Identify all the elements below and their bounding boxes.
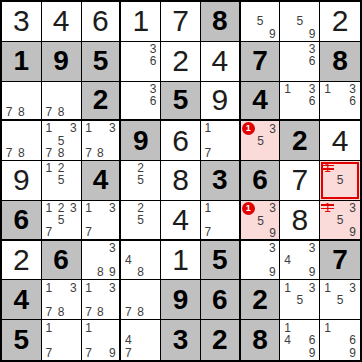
candidate-7[interactable]: 7 — [204, 147, 211, 159]
candidate-slot-4 — [122, 174, 134, 186]
cell-r8c4[interactable]: 78 — [121, 280, 161, 320]
candidate-slot-8 — [334, 306, 347, 318]
given-digit: 6 — [14, 206, 30, 234]
candidate-slot-8 — [135, 346, 147, 359]
candidate-slot-2 — [214, 202, 226, 214]
candidate-7[interactable]: 7 — [85, 306, 92, 318]
candidate-7[interactable]: 7 — [125, 347, 132, 359]
given-digit: 8 — [252, 326, 268, 354]
candidate-3[interactable]: 3 — [109, 122, 116, 134]
candidate-slot-6 — [67, 214, 79, 226]
cell-r8c1[interactable]: 4 — [2, 280, 42, 320]
candidate-slot-8: 8 — [15, 106, 27, 118]
candidate-3[interactable]: 3 — [309, 282, 316, 294]
candidate-3[interactable]: 3 — [309, 242, 316, 254]
candidate-5[interactable]: 5 — [257, 135, 264, 147]
candidate-1[interactable]: 1 — [324, 322, 331, 334]
candidate-slot-5 — [15, 135, 27, 147]
cell-r7c9[interactable]: 7 — [320, 241, 360, 281]
cell-r6c2[interactable]: 12357 — [42, 201, 82, 241]
candidate-8[interactable]: 8 — [137, 266, 144, 278]
candidate-3[interactable]: 3 — [269, 242, 276, 254]
cell-r5c4[interactable]: 25 — [121, 161, 161, 201]
cell-r3c9[interactable]: 136 — [320, 82, 360, 122]
candidate-grid: 59 — [242, 3, 279, 40]
circled-candidate-1[interactable]: 1 — [242, 122, 255, 135]
cell-r2c3[interactable]: 5 — [82, 42, 122, 82]
cell-r1c6[interactable]: 8 — [201, 2, 241, 42]
cell-r1c1[interactable]: 3 — [2, 2, 42, 42]
candidate-9[interactable]: 9 — [349, 347, 356, 359]
candidate-5[interactable]: 5 — [337, 214, 344, 226]
candidate-5[interactable]: 5 — [137, 214, 144, 226]
candidate-7[interactable]: 7 — [85, 147, 92, 159]
cell-r4c9[interactable]: 4 — [320, 121, 360, 161]
cell-r8c3[interactable]: 1378 — [82, 280, 122, 320]
candidate-slot-8 — [254, 266, 266, 278]
cell-r9c8[interactable]: 1469 — [280, 320, 320, 360]
candidate-slot-8: 8 — [55, 106, 67, 118]
cell-r7c7[interactable]: 39 — [241, 241, 281, 281]
cell-r2c4[interactable]: 36 — [121, 42, 161, 82]
candidate-slot-7 — [321, 107, 334, 119]
candidate-slot-9 — [106, 147, 118, 159]
candidate-3[interactable]: 3 — [109, 202, 116, 214]
candidate-slot-1 — [3, 83, 15, 95]
candidate-6[interactable]: 6 — [349, 95, 356, 107]
candidate-slot-8 — [294, 28, 306, 40]
candidate-3[interactable]: 3 — [150, 83, 157, 95]
candidate-slot-4 — [43, 135, 55, 147]
candidate-5[interactable]: 5 — [257, 215, 264, 227]
candidate-slot-2 — [135, 242, 147, 254]
cell-r3c3[interactable]: 2 — [82, 82, 122, 122]
candidate-slot-1: 1 — [281, 83, 293, 95]
candidate-5[interactable]: 5 — [337, 174, 344, 186]
candidate-slot-9 — [147, 266, 159, 278]
candidate-slot-1 — [242, 242, 254, 254]
candidate-9[interactable]: 9 — [269, 28, 276, 40]
candidate-5[interactable]: 5 — [337, 294, 344, 306]
candidate-grid: 17 — [43, 321, 80, 359]
candidate-slot-9: 9 — [346, 346, 359, 359]
candidate-slot-9: 9 — [267, 227, 279, 239]
candidate-5[interactable]: 5 — [296, 15, 303, 27]
candidate-slot-6: 6 — [306, 55, 318, 67]
cell-r1c8[interactable]: 59 — [280, 2, 320, 42]
candidate-slot-1: 1 — [43, 122, 55, 134]
cell-r6c8[interactable]: 8 — [280, 201, 320, 241]
candidate-7[interactable]: 7 — [85, 347, 92, 359]
given-digit: 7 — [332, 246, 348, 274]
candidate-1[interactable]: 1 — [46, 162, 53, 174]
candidate-slot-6 — [67, 94, 79, 106]
candidate-slot-4: 4 — [281, 334, 293, 347]
cell-r8c5[interactable]: 9 — [161, 280, 201, 320]
cell-r5c1[interactable]: 9 — [2, 161, 42, 201]
candidate-6[interactable]: 6 — [309, 95, 316, 107]
candidate-slot-7: 7 — [43, 226, 55, 238]
candidate-slot-6 — [306, 15, 318, 27]
candidate-slot-8 — [55, 346, 67, 359]
candidate-slot-1 — [281, 3, 293, 15]
candidate-slot-1: 1 — [281, 321, 293, 334]
candidate-slot-7: 7 — [43, 106, 55, 118]
candidate-slot-6 — [147, 174, 159, 186]
candidate-slot-9 — [147, 67, 159, 79]
candidate-slot-1: 1 — [43, 202, 55, 214]
candidate-grid: 39 — [242, 242, 279, 279]
candidate-slot-5: 5 — [55, 135, 67, 147]
candidate-9[interactable]: 9 — [109, 347, 116, 359]
cell-r3c6[interactable]: 9 — [201, 82, 241, 122]
cell-r7c1[interactable]: 2 — [2, 241, 42, 281]
candidate-slot-2 — [15, 122, 27, 134]
cell-r3c5[interactable]: 5 — [161, 82, 201, 122]
cell-r6c5[interactable]: 4 — [161, 201, 201, 241]
cell-r3c8[interactable]: 136 — [280, 82, 320, 122]
candidate-1[interactable]: 1 — [324, 282, 331, 294]
cell-r9c1[interactable]: 5 — [2, 320, 42, 360]
candidate-3[interactable]: 3 — [309, 43, 316, 55]
cell-r1c9[interactable]: 2 — [320, 2, 360, 42]
candidate-slot-9 — [147, 306, 159, 318]
candidate-slot-6: 6 — [147, 55, 159, 67]
candidate-slot-8 — [254, 28, 266, 40]
candidate-grid: 36 — [122, 43, 159, 80]
candidate-3[interactable]: 3 — [109, 242, 116, 254]
cell-r5c2[interactable]: 125 — [42, 161, 82, 201]
candidate-slot-5: 5 — [255, 135, 267, 147]
candidate-slot-4 — [321, 174, 334, 186]
candidate-4[interactable]: 4 — [125, 334, 132, 346]
cell-r6c3[interactable]: 137 — [82, 201, 122, 241]
candidate-8[interactable]: 8 — [18, 106, 25, 118]
solved-digit: 6 — [172, 126, 189, 156]
candidate-3[interactable]: 3 — [70, 122, 77, 134]
candidate-8[interactable]: 8 — [97, 306, 104, 318]
candidate-slot-3 — [147, 281, 159, 293]
candidate-grid: 135 — [242, 122, 279, 159]
cell-r4c7[interactable]: 135 — [241, 121, 281, 161]
candidate-5[interactable]: 5 — [58, 174, 65, 186]
candidate-6[interactable]: 6 — [349, 334, 356, 346]
candidate-slot-3: 3 — [267, 202, 279, 215]
candidate-9[interactable]: 9 — [109, 266, 116, 278]
candidate-2[interactable]: 2 — [58, 162, 65, 174]
candidate-slot-6 — [226, 214, 238, 226]
cell-r4c1[interactable]: 78 — [2, 121, 42, 161]
cell-r1c3[interactable]: 6 — [82, 2, 122, 42]
candidate-3[interactable]: 3 — [349, 202, 356, 214]
cell-r5c7[interactable]: 6 — [241, 161, 281, 201]
cell-r5c3[interactable]: 4 — [82, 161, 122, 201]
cell-r2c9[interactable]: 8 — [320, 42, 360, 82]
cell-r4c2[interactable]: 13578 — [42, 121, 82, 161]
candidate-5[interactable]: 5 — [58, 214, 65, 226]
candidate-grid: 17 — [202, 122, 238, 159]
candidate-3[interactable]: 3 — [349, 282, 356, 294]
cell-r1c2[interactable]: 4 — [42, 2, 82, 42]
given-digit: 2 — [212, 326, 228, 354]
candidate-3[interactable]: 3 — [70, 202, 77, 214]
candidate-1[interactable]: 1 — [85, 282, 92, 294]
cell-r5c8[interactable]: 7 — [280, 161, 320, 201]
candidate-slot-7: 7 — [83, 226, 95, 238]
candidate-7[interactable]: 7 — [46, 347, 53, 359]
candidate-slot-7: 7 — [3, 106, 15, 118]
candidate-7[interactable]: 7 — [6, 106, 13, 118]
candidate-9[interactable]: 9 — [309, 347, 316, 359]
candidate-1[interactable]: 1 — [85, 322, 92, 334]
candidate-5[interactable]: 5 — [137, 174, 144, 186]
candidate-slot-9 — [28, 106, 40, 118]
given-digit: 4 — [14, 286, 30, 314]
candidate-7[interactable]: 7 — [6, 147, 13, 159]
candidate-1[interactable]: 1 — [46, 122, 53, 134]
cell-r3c1[interactable]: 78 — [2, 82, 42, 122]
candidate-slot-5 — [294, 55, 306, 67]
cell-r2c2[interactable]: 9 — [42, 42, 82, 82]
candidate-1[interactable]: 1 — [284, 322, 291, 334]
cell-r2c5[interactable]: 2 — [161, 42, 201, 82]
candidate-8[interactable]: 8 — [97, 266, 104, 278]
candidate-slot-1: 1 — [202, 202, 214, 214]
cell-r7c4[interactable]: 48 — [121, 241, 161, 281]
cell-r1c5[interactable]: 7 — [161, 2, 201, 42]
cell-r8c9[interactable]: 135 — [320, 280, 360, 320]
candidate-slot-3 — [28, 83, 40, 95]
cell-r9c2[interactable]: 17 — [42, 320, 82, 360]
candidate-slot-5: 5 — [334, 214, 347, 226]
cell-r9c5[interactable]: 3 — [161, 320, 201, 360]
struck-candidate-1[interactable]: 1 — [324, 162, 331, 174]
candidate-slot-8: 8 — [55, 147, 67, 159]
candidate-9[interactable]: 9 — [309, 28, 316, 40]
cell-r6c4[interactable]: 25 — [121, 201, 161, 241]
candidate-5[interactable]: 5 — [58, 135, 65, 147]
candidate-grid: 1469 — [281, 321, 318, 359]
cell-r7c5[interactable]: 1 — [161, 241, 201, 281]
cell-r8c8[interactable]: 135 — [280, 280, 320, 320]
candidate-7[interactable]: 7 — [46, 226, 53, 238]
candidate-slot-9 — [67, 306, 79, 318]
candidate-slot-5 — [94, 214, 106, 226]
cell-r3c2[interactable]: 78 — [42, 82, 82, 122]
cell-r4c6[interactable]: 17 — [201, 121, 241, 161]
candidate-slot-3 — [67, 83, 79, 95]
cell-r8c2[interactable]: 1378 — [42, 280, 82, 320]
candidate-slot-8 — [55, 226, 67, 238]
candidate-slot-7 — [43, 187, 55, 199]
cell-r2c1[interactable]: 1 — [2, 42, 42, 82]
cell-r3c4[interactable]: 36 — [121, 82, 161, 122]
candidate-slot-7 — [242, 266, 254, 278]
cell-r6c7[interactable]: 1359 — [241, 201, 281, 241]
cell-r8c7[interactable]: 2 — [241, 280, 281, 320]
candidate-6[interactable]: 6 — [309, 334, 316, 346]
candidate-9[interactable]: 9 — [309, 266, 316, 278]
candidate-slot-3: 3 — [267, 122, 279, 135]
candidate-slot-9: 9 — [106, 266, 118, 278]
cell-r5c5[interactable]: 8 — [161, 161, 201, 201]
candidate-slot-6 — [106, 135, 118, 147]
cell-r1c4[interactable]: 1 — [121, 2, 161, 42]
candidate-2[interactable]: 2 — [137, 162, 144, 174]
candidate-slot-3 — [67, 321, 79, 334]
candidate-4[interactable]: 4 — [125, 254, 132, 266]
candidate-slot-1: 1 — [242, 122, 255, 135]
given-digit: 1 — [14, 47, 30, 75]
candidate-3[interactable]: 3 — [70, 282, 77, 294]
cell-r2c6[interactable]: 4 — [201, 42, 241, 82]
candidate-7[interactable]: 7 — [125, 306, 132, 318]
candidate-3[interactable]: 3 — [269, 123, 276, 135]
candidate-slot-3 — [266, 3, 278, 15]
candidate-slot-4 — [281, 294, 293, 306]
candidate-3[interactable]: 3 — [269, 202, 276, 214]
candidate-7[interactable]: 7 — [46, 147, 53, 159]
candidate-slot-1 — [122, 162, 134, 174]
candidate-slot-4: 4 — [122, 334, 134, 347]
cell-r7c8[interactable]: 349 — [280, 241, 320, 281]
candidate-9[interactable]: 9 — [349, 226, 356, 238]
cell-r6c1[interactable]: 6 — [2, 201, 42, 241]
candidate-1[interactable]: 1 — [284, 83, 291, 95]
candidate-slot-2 — [214, 122, 226, 134]
cell-r5c9[interactable]: 15 — [320, 161, 360, 201]
candidate-1[interactable]: 1 — [46, 202, 53, 214]
candidate-7[interactable]: 7 — [46, 306, 53, 318]
candidate-7[interactable]: 7 — [46, 106, 53, 118]
candidate-slot-1 — [122, 321, 134, 334]
candidate-slot-6 — [67, 334, 79, 347]
candidate-slot-7 — [242, 147, 255, 159]
candidate-slot-7: 7 — [3, 147, 15, 159]
cell-r1c7[interactable]: 59 — [241, 2, 281, 42]
candidate-slot-4 — [83, 135, 95, 147]
candidate-grid: 36 — [281, 43, 318, 80]
cell-r7c3[interactable]: 389 — [82, 241, 122, 281]
cell-r6c6[interactable]: 17 — [201, 201, 241, 241]
cell-r7c2[interactable]: 6 — [42, 241, 82, 281]
candidate-slot-9: 9 — [306, 266, 318, 278]
candidate-8[interactable]: 8 — [58, 106, 65, 118]
candidate-slot-2 — [94, 281, 106, 293]
candidate-slot-9 — [67, 147, 79, 159]
candidate-3[interactable]: 3 — [349, 83, 356, 95]
candidate-slot-8 — [334, 107, 347, 119]
cell-r6c9[interactable]: 1359 — [320, 201, 360, 241]
cell-r7c6[interactable]: 5 — [201, 241, 241, 281]
candidate-3[interactable]: 3 — [109, 282, 116, 294]
candidate-slot-8: 8 — [94, 306, 106, 318]
candidate-1[interactable]: 1 — [46, 282, 53, 294]
candidate-slot-6 — [147, 294, 159, 306]
candidate-slot-7 — [281, 67, 293, 79]
candidate-9[interactable]: 9 — [269, 227, 276, 239]
cell-r9c9[interactable]: 169 — [320, 320, 360, 360]
candidate-3[interactable]: 3 — [150, 43, 157, 55]
candidate-1[interactable]: 1 — [85, 122, 92, 134]
candidate-slot-6 — [28, 135, 40, 147]
cell-r8c6[interactable]: 6 — [201, 280, 241, 320]
cell-r9c3[interactable]: 179 — [82, 320, 122, 360]
candidate-slot-8: 8 — [55, 306, 67, 318]
candidate-4[interactable]: 4 — [284, 334, 291, 346]
candidate-4[interactable]: 4 — [284, 254, 291, 266]
candidate-8[interactable]: 8 — [58, 147, 65, 159]
cell-r4c4[interactable]: 9 — [121, 121, 161, 161]
circled-candidate-1[interactable]: 1 — [242, 202, 255, 215]
candidate-slot-2 — [94, 321, 106, 334]
struck-candidate-1[interactable]: 1 — [324, 202, 331, 214]
candidate-grid: 1359 — [242, 202, 279, 238]
cell-r5c6[interactable]: 3 — [201, 161, 241, 201]
candidate-slot-3 — [226, 122, 238, 134]
candidate-slot-1: 1 — [281, 281, 293, 293]
candidate-5[interactable]: 5 — [296, 294, 303, 306]
candidate-slot-3: 3 — [67, 281, 79, 293]
candidate-slot-9: 9 — [306, 346, 318, 359]
candidate-slot-3 — [28, 122, 40, 134]
candidate-5[interactable]: 5 — [257, 15, 264, 27]
cell-r9c4[interactable]: 47 — [121, 320, 161, 360]
candidate-1[interactable]: 1 — [204, 202, 211, 214]
candidate-1[interactable]: 1 — [204, 122, 211, 134]
given-digit: 4 — [93, 166, 109, 194]
cell-r4c5[interactable]: 6 — [161, 121, 201, 161]
candidate-slot-1 — [122, 43, 134, 55]
candidate-1[interactable]: 1 — [85, 202, 92, 214]
solved-digit: 4 — [172, 205, 189, 235]
candidate-1[interactable]: 1 — [324, 83, 331, 95]
cell-r4c3[interactable]: 1378 — [82, 121, 122, 161]
cell-r4c8[interactable]: 2 — [280, 121, 320, 161]
candidate-slot-4 — [43, 174, 55, 186]
candidate-grid: 78 — [3, 83, 40, 119]
candidate-slot-5 — [55, 334, 67, 347]
candidate-slot-8 — [334, 187, 347, 199]
candidate-9[interactable]: 9 — [269, 266, 276, 278]
candidate-1[interactable]: 1 — [46, 322, 53, 334]
candidate-7[interactable]: 7 — [204, 226, 211, 238]
cell-r2c7[interactable]: 7 — [241, 42, 281, 82]
candidate-8[interactable]: 8 — [137, 306, 144, 318]
cell-r9c6[interactable]: 2 — [201, 320, 241, 360]
candidate-slot-2 — [294, 83, 306, 95]
cell-r9c7[interactable]: 8 — [241, 320, 281, 360]
candidate-slot-3 — [147, 321, 159, 334]
cell-r2c8[interactable]: 36 — [280, 42, 320, 82]
candidate-7[interactable]: 7 — [85, 226, 92, 238]
candidate-8[interactable]: 8 — [18, 147, 25, 159]
candidate-3[interactable]: 3 — [309, 83, 316, 95]
candidate-slot-6 — [147, 334, 159, 347]
candidate-6[interactable]: 6 — [309, 55, 316, 67]
candidate-8[interactable]: 8 — [97, 147, 104, 159]
given-digit: 7 — [252, 47, 268, 75]
candidate-slot-4 — [202, 214, 214, 226]
candidate-8[interactable]: 8 — [58, 306, 65, 318]
given-digit: 2 — [93, 86, 109, 114]
candidate-slot-6 — [147, 254, 159, 266]
cell-r3c7[interactable]: 4 — [241, 82, 281, 122]
candidate-6[interactable]: 6 — [150, 95, 157, 107]
candidate-1[interactable]: 1 — [284, 282, 291, 294]
candidate-6[interactable]: 6 — [150, 55, 157, 67]
candidate-slot-8: 8 — [15, 147, 27, 159]
